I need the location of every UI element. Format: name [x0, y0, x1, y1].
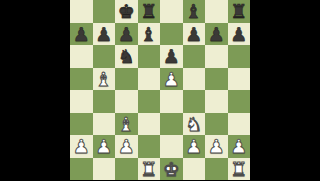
- square-e6[interactable]: ♟: [160, 45, 183, 68]
- square-h7[interactable]: ♟: [228, 23, 251, 46]
- piece-black-pawn[interactable]: ♟: [230, 23, 247, 45]
- piece-white-bishop[interactable]: ♝: [118, 113, 135, 135]
- piece-white-king[interactable]: ♚: [163, 158, 180, 180]
- piece-white-pawn[interactable]: ♟: [230, 135, 247, 157]
- letterbox-right: [250, 0, 320, 180]
- square-g8[interactable]: [205, 0, 228, 23]
- square-f5[interactable]: [183, 68, 206, 91]
- square-c4[interactable]: [115, 90, 138, 113]
- piece-white-rook[interactable]: ♜: [230, 158, 247, 180]
- square-a6[interactable]: [70, 45, 93, 68]
- piece-black-pawn[interactable]: ♟: [163, 45, 180, 67]
- square-a3[interactable]: [70, 113, 93, 136]
- square-h3[interactable]: [228, 113, 251, 136]
- square-g1[interactable]: [205, 158, 228, 181]
- square-c3[interactable]: ♝: [115, 113, 138, 136]
- square-d8[interactable]: ♜: [138, 0, 161, 23]
- piece-black-knight[interactable]: ♞: [118, 45, 135, 67]
- square-a1[interactable]: [70, 158, 93, 181]
- square-a2[interactable]: ♟: [70, 135, 93, 158]
- square-f3[interactable]: ♞: [183, 113, 206, 136]
- piece-white-pawn[interactable]: ♟: [163, 68, 180, 90]
- square-e7[interactable]: [160, 23, 183, 46]
- square-h1[interactable]: ♜: [228, 158, 251, 181]
- square-a7[interactable]: ♟: [70, 23, 93, 46]
- square-g7[interactable]: ♟: [205, 23, 228, 46]
- square-g2[interactable]: ♟: [205, 135, 228, 158]
- square-e3[interactable]: [160, 113, 183, 136]
- square-h2[interactable]: ♟: [228, 135, 251, 158]
- square-c8[interactable]: ♚: [115, 0, 138, 23]
- square-h6[interactable]: [228, 45, 251, 68]
- square-e5[interactable]: ♟: [160, 68, 183, 91]
- letterbox-left: [0, 0, 70, 180]
- square-f8[interactable]: ♝: [183, 0, 206, 23]
- piece-black-pawn[interactable]: ♟: [208, 23, 225, 45]
- square-b4[interactable]: [93, 90, 116, 113]
- square-g3[interactable]: [205, 113, 228, 136]
- square-e2[interactable]: [160, 135, 183, 158]
- square-b1[interactable]: [93, 158, 116, 181]
- square-a8[interactable]: [70, 0, 93, 23]
- piece-black-pawn[interactable]: ♟: [73, 23, 90, 45]
- piece-white-bishop[interactable]: ♝: [95, 68, 112, 90]
- square-d4[interactable]: [138, 90, 161, 113]
- square-c7[interactable]: ♟: [115, 23, 138, 46]
- piece-black-bishop[interactable]: ♝: [185, 0, 202, 22]
- square-c6[interactable]: ♞: [115, 45, 138, 68]
- piece-white-pawn[interactable]: ♟: [208, 135, 225, 157]
- piece-black-bishop[interactable]: ♝: [140, 23, 157, 45]
- square-b5[interactable]: ♝: [93, 68, 116, 91]
- square-d2[interactable]: [138, 135, 161, 158]
- chess-board[interactable]: ♚♜♝♜♟♟♟♝♟♟♟♞♟♝♟♝♞♟♟♟♟♟♟♜♚♜: [70, 0, 250, 180]
- piece-white-pawn[interactable]: ♟: [95, 135, 112, 157]
- square-g4[interactable]: [205, 90, 228, 113]
- square-b8[interactable]: [93, 0, 116, 23]
- square-e8[interactable]: [160, 0, 183, 23]
- square-b7[interactable]: ♟: [93, 23, 116, 46]
- square-g5[interactable]: [205, 68, 228, 91]
- piece-white-pawn[interactable]: ♟: [185, 135, 202, 157]
- piece-white-knight[interactable]: ♞: [185, 113, 202, 135]
- square-h5[interactable]: [228, 68, 251, 91]
- square-b6[interactable]: [93, 45, 116, 68]
- square-f2[interactable]: ♟: [183, 135, 206, 158]
- square-c1[interactable]: [115, 158, 138, 181]
- square-f6[interactable]: [183, 45, 206, 68]
- square-h8[interactable]: ♜: [228, 0, 251, 23]
- square-f4[interactable]: [183, 90, 206, 113]
- square-d7[interactable]: ♝: [138, 23, 161, 46]
- square-d6[interactable]: [138, 45, 161, 68]
- piece-black-pawn[interactable]: ♟: [95, 23, 112, 45]
- square-e1[interactable]: ♚: [160, 158, 183, 181]
- square-f1[interactable]: [183, 158, 206, 181]
- square-b2[interactable]: ♟: [93, 135, 116, 158]
- square-b3[interactable]: [93, 113, 116, 136]
- piece-black-pawn[interactable]: ♟: [118, 23, 135, 45]
- piece-black-rook[interactable]: ♜: [140, 0, 157, 22]
- square-c5[interactable]: [115, 68, 138, 91]
- square-a5[interactable]: [70, 68, 93, 91]
- square-d3[interactable]: [138, 113, 161, 136]
- square-d1[interactable]: ♜: [138, 158, 161, 181]
- square-h4[interactable]: [228, 90, 251, 113]
- piece-white-pawn[interactable]: ♟: [118, 135, 135, 157]
- piece-white-rook[interactable]: ♜: [140, 158, 157, 180]
- square-f7[interactable]: ♟: [183, 23, 206, 46]
- piece-black-pawn[interactable]: ♟: [185, 23, 202, 45]
- square-c2[interactable]: ♟: [115, 135, 138, 158]
- piece-white-pawn[interactable]: ♟: [73, 135, 90, 157]
- square-e4[interactable]: [160, 90, 183, 113]
- piece-black-rook[interactable]: ♜: [230, 0, 247, 22]
- video-frame: ♚♜♝♜♟♟♟♝♟♟♟♞♟♝♟♝♞♟♟♟♟♟♟♜♚♜: [0, 0, 320, 180]
- piece-black-king[interactable]: ♚: [118, 0, 135, 22]
- square-g6[interactable]: [205, 45, 228, 68]
- square-a4[interactable]: [70, 90, 93, 113]
- square-d5[interactable]: [138, 68, 161, 91]
